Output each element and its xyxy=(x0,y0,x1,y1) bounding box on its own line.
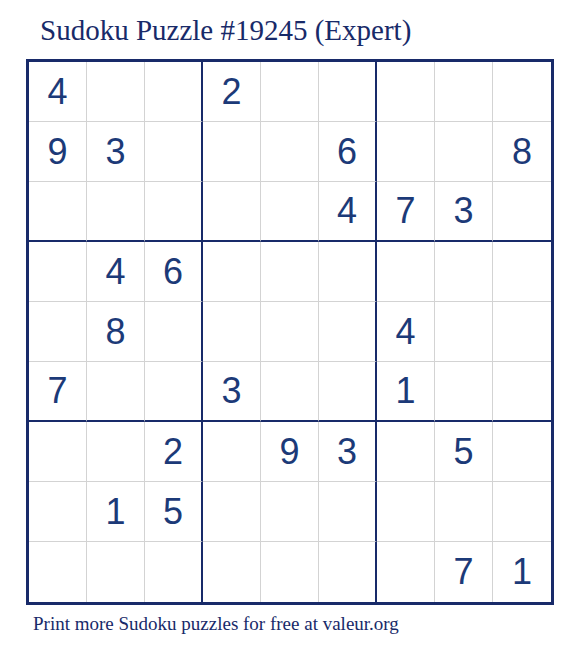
cell-r6c8 xyxy=(435,362,493,422)
cell-r4c2: 4 xyxy=(87,242,145,302)
cell-r4c4 xyxy=(203,242,261,302)
cell-r6c2 xyxy=(87,362,145,422)
cell-r2c9: 8 xyxy=(493,122,551,182)
cell-r8c3: 5 xyxy=(145,482,203,542)
cell-r9c1 xyxy=(29,542,87,602)
cell-r2c3 xyxy=(145,122,203,182)
cell-r9c8: 7 xyxy=(435,542,493,602)
cell-r9c3 xyxy=(145,542,203,602)
cell-r5c5 xyxy=(261,302,319,362)
cell-r6c5 xyxy=(261,362,319,422)
page-title: Sudoku Puzzle #19245 (Expert) xyxy=(40,14,411,47)
cell-r8c9 xyxy=(493,482,551,542)
cell-r1c3 xyxy=(145,62,203,122)
cell-r3c4 xyxy=(203,182,261,242)
cell-r5c2: 8 xyxy=(87,302,145,362)
cell-r3c5 xyxy=(261,182,319,242)
cell-r7c4 xyxy=(203,422,261,482)
sudoku-page: Sudoku Puzzle #19245 (Expert) 4293684734… xyxy=(0,0,580,651)
cell-r5c7: 4 xyxy=(377,302,435,362)
cell-r7c1 xyxy=(29,422,87,482)
cell-r2c6: 6 xyxy=(319,122,377,182)
cell-r1c8 xyxy=(435,62,493,122)
cell-r1c4: 2 xyxy=(203,62,261,122)
cell-r7c9 xyxy=(493,422,551,482)
cell-r4c9 xyxy=(493,242,551,302)
cell-r6c7: 1 xyxy=(377,362,435,422)
cell-r4c3: 6 xyxy=(145,242,203,302)
cell-r6c3 xyxy=(145,362,203,422)
cell-r5c6 xyxy=(319,302,377,362)
cell-r9c7 xyxy=(377,542,435,602)
cell-r7c2 xyxy=(87,422,145,482)
cell-r2c4 xyxy=(203,122,261,182)
cell-r7c3: 2 xyxy=(145,422,203,482)
cell-r8c5 xyxy=(261,482,319,542)
cell-r5c4 xyxy=(203,302,261,362)
cell-r8c1 xyxy=(29,482,87,542)
cell-r5c8 xyxy=(435,302,493,362)
cell-r7c7 xyxy=(377,422,435,482)
cell-r6c1: 7 xyxy=(29,362,87,422)
cell-r1c1: 4 xyxy=(29,62,87,122)
cell-r2c5 xyxy=(261,122,319,182)
cell-r6c4: 3 xyxy=(203,362,261,422)
cell-r5c1 xyxy=(29,302,87,362)
cell-r4c1 xyxy=(29,242,87,302)
cell-r9c2 xyxy=(87,542,145,602)
cell-r6c9 xyxy=(493,362,551,422)
cell-r3c9 xyxy=(493,182,551,242)
cell-r8c8 xyxy=(435,482,493,542)
cell-r1c7 xyxy=(377,62,435,122)
cell-r8c6 xyxy=(319,482,377,542)
cell-r2c8 xyxy=(435,122,493,182)
cell-r2c2: 3 xyxy=(87,122,145,182)
cell-r4c7 xyxy=(377,242,435,302)
cell-r7c6: 3 xyxy=(319,422,377,482)
cell-r2c7 xyxy=(377,122,435,182)
cell-r7c8: 5 xyxy=(435,422,493,482)
cell-r7c5: 9 xyxy=(261,422,319,482)
cell-r4c6 xyxy=(319,242,377,302)
cell-r9c5 xyxy=(261,542,319,602)
cell-r1c2 xyxy=(87,62,145,122)
cell-r8c7 xyxy=(377,482,435,542)
cell-r4c5 xyxy=(261,242,319,302)
cell-r9c9: 1 xyxy=(493,542,551,602)
cell-r1c9 xyxy=(493,62,551,122)
cell-r1c6 xyxy=(319,62,377,122)
cell-r3c2 xyxy=(87,182,145,242)
cell-r9c6 xyxy=(319,542,377,602)
cell-r8c2: 1 xyxy=(87,482,145,542)
cell-r9c4 xyxy=(203,542,261,602)
cell-r3c7: 7 xyxy=(377,182,435,242)
cell-r6c6 xyxy=(319,362,377,422)
cell-r2c1: 9 xyxy=(29,122,87,182)
cell-r4c8 xyxy=(435,242,493,302)
sudoku-board: 429368473468473129351571 xyxy=(26,59,554,605)
cell-r3c8: 3 xyxy=(435,182,493,242)
cell-r5c3 xyxy=(145,302,203,362)
cell-r1c5 xyxy=(261,62,319,122)
cell-r8c4 xyxy=(203,482,261,542)
footer-text: Print more Sudoku puzzles for free at va… xyxy=(33,613,399,635)
cell-r5c9 xyxy=(493,302,551,362)
cell-r3c6: 4 xyxy=(319,182,377,242)
cell-r3c1 xyxy=(29,182,87,242)
cell-r3c3 xyxy=(145,182,203,242)
